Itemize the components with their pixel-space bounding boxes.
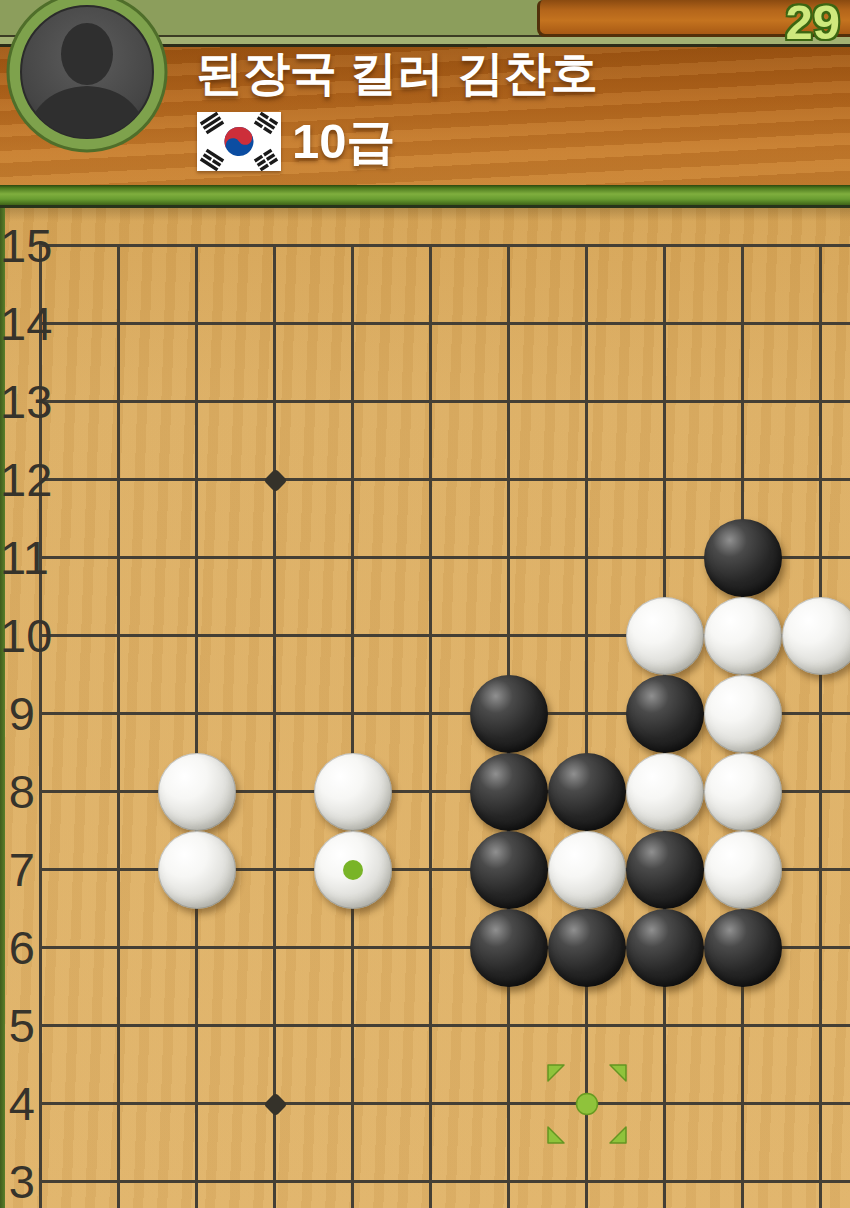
row-label-3: 3 (0, 1154, 35, 1208)
row-label-4: 4 (0, 1076, 35, 1132)
row-label-10: 10 (0, 608, 35, 664)
black-stone-10-6 (704, 909, 782, 987)
board-grid[interactable] (2, 207, 850, 1208)
white-stone-8-7 (548, 831, 626, 909)
white-stone-3-7 (158, 831, 236, 909)
row-label-14: 14 (0, 296, 35, 352)
header-board-divider (0, 185, 850, 208)
row-label-11: 11 (0, 530, 35, 586)
black-stone-8-6 (548, 909, 626, 987)
row-labels: 1514131211109876543 (0, 207, 40, 1208)
south-korea-flag-icon (197, 112, 281, 171)
black-stone-7-9 (470, 675, 548, 753)
row-label-7: 7 (0, 842, 35, 898)
black-stone-8-8 (548, 753, 626, 831)
player-rank: 10급 (292, 110, 396, 172)
header: 29 된장국 킬러 김찬호 (0, 0, 850, 207)
move-cursor[interactable] (545, 1062, 629, 1146)
black-stone-9-7 (626, 831, 704, 909)
row-label-12: 12 (0, 452, 35, 508)
omok-game-screen: 29 된장국 킬러 김찬호 (0, 0, 850, 1208)
row-label-8: 8 (0, 764, 35, 820)
timer-value: 29 (785, 0, 840, 50)
row-label-13: 13 (0, 374, 35, 430)
white-stone-10-8 (704, 753, 782, 831)
black-stone-9-9 (626, 675, 704, 753)
black-stone-10-11 (704, 519, 782, 597)
black-stone-9-6 (626, 909, 704, 987)
black-stone-7-6 (470, 909, 548, 987)
white-stone-10-10 (704, 597, 782, 675)
row-label-6: 6 (0, 920, 35, 976)
white-stone-10-7 (704, 831, 782, 909)
white-stone-5-8 (314, 753, 392, 831)
white-stone-5-7 (314, 831, 392, 909)
row-label-5: 5 (0, 998, 35, 1054)
player-name: 된장국 킬러 김찬호 (196, 44, 598, 102)
target-reticle-icon (545, 1062, 629, 1146)
last-move-marker (343, 860, 363, 880)
player-avatar[interactable] (4, 0, 170, 158)
white-stone-9-10 (626, 597, 704, 675)
black-stone-7-8 (470, 753, 548, 831)
black-stone-7-7 (470, 831, 548, 909)
white-stone-10-9 (704, 675, 782, 753)
white-stone-11-10 (782, 597, 850, 675)
goban[interactable]: 1514131211109876543 (0, 207, 850, 1208)
row-label-15: 15 (0, 218, 35, 274)
white-stone-9-8 (626, 753, 704, 831)
white-stone-3-8 (158, 753, 236, 831)
row-label-9: 9 (0, 686, 35, 742)
